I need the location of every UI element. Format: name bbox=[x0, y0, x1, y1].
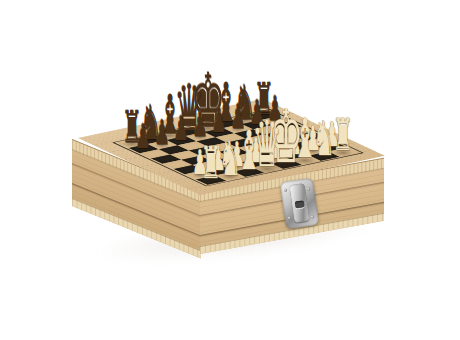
latch-clasp bbox=[280, 178, 319, 229]
product-photo-chess-box: ♜♞♝♛♚♝♞♜♟♟♟♟♟♟♟♟♟♟♟♟♟♟♟♟♜♞♝♛♚♝♞♜ bbox=[0, 0, 460, 340]
latch-slot bbox=[295, 200, 305, 208]
